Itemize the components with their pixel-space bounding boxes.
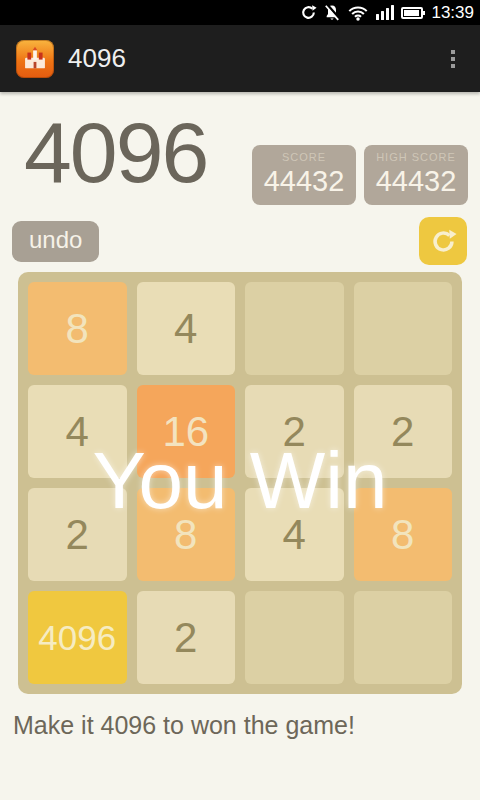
tile-2: 2 bbox=[137, 591, 236, 684]
status-clock: 13:39 bbox=[431, 0, 474, 25]
app-launcher-icon bbox=[16, 40, 54, 78]
app-screen: 13:39 4096 4096 SCORE 44432 HIGH SCORE bbox=[0, 0, 480, 800]
tile-8: 8 bbox=[137, 488, 236, 581]
refresh-icon bbox=[430, 228, 457, 255]
wifi-icon bbox=[347, 4, 369, 21]
score-panel: SCORE 44432 HIGH SCORE 44432 bbox=[252, 145, 468, 205]
tile-4: 4 bbox=[245, 488, 344, 581]
tile-8: 8 bbox=[354, 488, 453, 581]
status-bar: 13:39 bbox=[0, 0, 480, 25]
high-score-box: HIGH SCORE 44432 bbox=[364, 145, 468, 205]
tile-4: 4 bbox=[28, 385, 127, 478]
score-label: SCORE bbox=[262, 151, 346, 163]
board-area: 8441622284840962 You Win bbox=[18, 272, 462, 694]
battery-icon bbox=[401, 7, 423, 19]
controls-row: undo bbox=[0, 205, 480, 265]
goal-text: Make it 4096 to won the game! bbox=[0, 694, 480, 740]
tile-2: 2 bbox=[245, 385, 344, 478]
board-grid[interactable]: 8441622284840962 bbox=[18, 272, 462, 694]
tile-4096: 4096 bbox=[28, 591, 127, 684]
app-bar-title: 4096 bbox=[68, 43, 436, 74]
app-bar: 4096 bbox=[0, 25, 480, 92]
restart-button[interactable] bbox=[419, 217, 467, 265]
tile-2: 2 bbox=[354, 385, 453, 478]
tile-8: 8 bbox=[28, 282, 127, 375]
empty-cell bbox=[354, 591, 453, 684]
empty-cell bbox=[245, 591, 344, 684]
score-box: SCORE 44432 bbox=[252, 145, 356, 205]
undo-button[interactable]: undo bbox=[12, 221, 99, 262]
page-title: 4096 bbox=[24, 106, 252, 198]
castle-logo-icon bbox=[21, 45, 49, 73]
tile-16: 16 bbox=[137, 385, 236, 478]
high-score-label: HIGH SCORE bbox=[374, 151, 458, 163]
empty-cell bbox=[245, 282, 344, 375]
overflow-menu-icon[interactable] bbox=[436, 36, 470, 82]
score-value: 44432 bbox=[262, 165, 346, 198]
signal-icon bbox=[376, 5, 394, 20]
high-score-value: 44432 bbox=[374, 165, 458, 198]
header: 4096 SCORE 44432 HIGH SCORE 44432 bbox=[0, 92, 480, 205]
mute-bell-icon bbox=[324, 4, 340, 22]
tile-2: 2 bbox=[28, 488, 127, 581]
empty-cell bbox=[354, 282, 453, 375]
sync-icon bbox=[300, 4, 317, 21]
tile-4: 4 bbox=[137, 282, 236, 375]
